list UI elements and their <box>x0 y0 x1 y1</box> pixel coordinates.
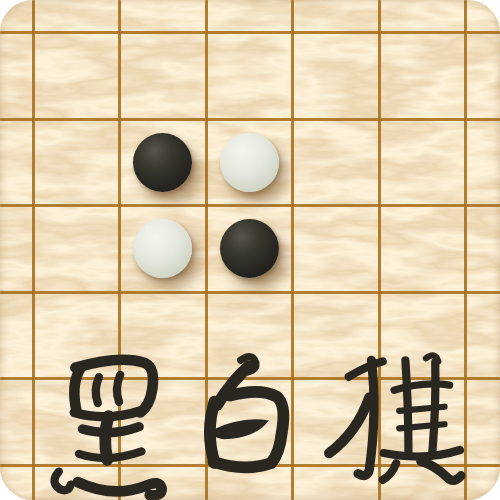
white-stone <box>133 219 192 278</box>
char-qi-chess <box>329 355 461 480</box>
black-stone <box>220 219 279 278</box>
black-stone <box>133 133 192 192</box>
char-bai-white <box>210 357 284 468</box>
white-stone <box>220 133 279 192</box>
othello-app-icon[interactable] <box>0 0 500 500</box>
char-hei-black <box>54 360 161 496</box>
title-calligraphy <box>20 340 480 500</box>
